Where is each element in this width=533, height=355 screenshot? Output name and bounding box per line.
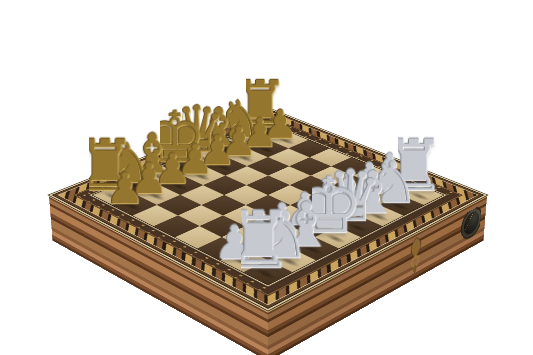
chess-board: ♜♟♟♜♞♟♟♞♝♟♟♝♛♟♟♛♚♟♟♚♝♟♟♝♞♟♟♞♜♟♟♜ — [49, 108, 487, 311]
product-photo: ♜♟♟♜♞♟♟♞♝♟♟♝♛♟♟♛♚♟♟♚♝♟♟♝♞♟♟♞♜♟♟♜ — [0, 0, 533, 355]
round-seal-icon — [461, 205, 482, 242]
brass-latch-icon[interactable] — [406, 232, 424, 279]
